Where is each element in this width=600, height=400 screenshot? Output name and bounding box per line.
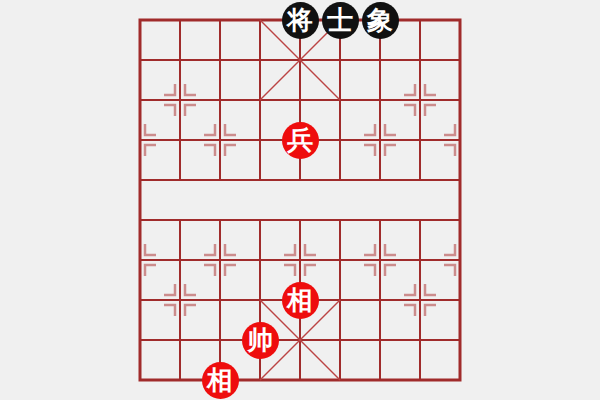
piece-red-elephant[interactable]: 相	[282, 282, 319, 319]
cell-5-0: 士	[320, 0, 360, 40]
xiangqi-board[interactable]: 将士象兵相帅相	[120, 0, 480, 400]
piece-red-elephant[interactable]: 相	[202, 362, 239, 399]
piece-black-general[interactable]: 将	[282, 2, 319, 39]
xiangqi-board-screenshot: 将士象兵相帅相	[0, 0, 600, 400]
cell-4-0: 将	[280, 0, 320, 40]
piece-black-elephant[interactable]: 象	[362, 2, 399, 39]
piece-red-general[interactable]: 帅	[242, 322, 279, 359]
piece-black-advisor[interactable]: 士	[322, 2, 359, 39]
cell-6-0: 象	[360, 0, 400, 40]
cell-4-3: 兵	[280, 120, 320, 160]
cell-2-9: 相	[200, 360, 240, 400]
piece-red-soldier[interactable]: 兵	[282, 122, 319, 159]
cell-3-8: 帅	[240, 320, 280, 360]
cell-4-7: 相	[280, 280, 320, 320]
